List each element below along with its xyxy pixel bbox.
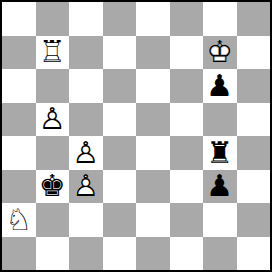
square-h8[interactable]: [237, 2, 271, 36]
square-d2[interactable]: [103, 203, 137, 237]
square-g8[interactable]: [203, 2, 237, 36]
square-d4[interactable]: [103, 136, 137, 170]
square-g7[interactable]: ♚♔: [203, 36, 237, 70]
square-a6[interactable]: [2, 69, 36, 103]
square-b6[interactable]: [36, 69, 70, 103]
square-e8[interactable]: [136, 2, 170, 36]
piece-fill-white-pawn-b5: ♟: [36, 103, 70, 137]
square-h2[interactable]: [237, 203, 271, 237]
square-a7[interactable]: [2, 36, 36, 70]
square-c8[interactable]: [69, 2, 103, 36]
square-h6[interactable]: [237, 69, 271, 103]
square-d8[interactable]: [103, 2, 137, 36]
square-f7[interactable]: [170, 36, 204, 70]
piece-black-king-b3: ♚: [36, 170, 70, 204]
square-b4[interactable]: [36, 136, 70, 170]
square-a2[interactable]: ♞♘: [2, 203, 36, 237]
square-d5[interactable]: [103, 103, 137, 137]
piece-white-rook-b7: ♖: [36, 36, 70, 70]
piece-fill-white-pawn-c3: ♟: [69, 170, 103, 204]
piece-white-pawn-c4: ♙: [69, 136, 103, 170]
piece-white-king-g7: ♔: [203, 36, 237, 70]
piece-black-rook-g4: ♜: [203, 136, 237, 170]
square-c4[interactable]: ♟♙: [69, 136, 103, 170]
piece-fill-white-rook-b7: ♜: [36, 36, 70, 70]
square-a3[interactable]: [2, 170, 36, 204]
square-h5[interactable]: [237, 103, 271, 137]
square-f6[interactable]: [170, 69, 204, 103]
square-c7[interactable]: [69, 36, 103, 70]
square-d3[interactable]: [103, 170, 137, 204]
piece-fill-white-king-g7: ♚: [203, 36, 237, 70]
square-f3[interactable]: [170, 170, 204, 204]
square-a5[interactable]: [2, 103, 36, 137]
square-h1[interactable]: [237, 237, 271, 271]
square-b3[interactable]: ♚: [36, 170, 70, 204]
square-f8[interactable]: [170, 2, 204, 36]
square-f4[interactable]: [170, 136, 204, 170]
square-b7[interactable]: ♜♖: [36, 36, 70, 70]
square-h4[interactable]: [237, 136, 271, 170]
square-g1[interactable]: [203, 237, 237, 271]
square-a1[interactable]: [2, 237, 36, 271]
square-b8[interactable]: [36, 2, 70, 36]
piece-white-pawn-b5: ♙: [36, 103, 70, 137]
square-e5[interactable]: [136, 103, 170, 137]
square-f1[interactable]: [170, 237, 204, 271]
square-c6[interactable]: [69, 69, 103, 103]
square-b5[interactable]: ♟♙: [36, 103, 70, 137]
chess-board: ♜♖♚♔♟♟♙♟♙♜♚♟♙♟♞♘: [0, 0, 272, 272]
square-e4[interactable]: [136, 136, 170, 170]
square-g2[interactable]: [203, 203, 237, 237]
square-d1[interactable]: [103, 237, 137, 271]
square-e7[interactable]: [136, 36, 170, 70]
piece-black-pawn-g6: ♟: [203, 69, 237, 103]
square-c3[interactable]: ♟♙: [69, 170, 103, 204]
square-e1[interactable]: [136, 237, 170, 271]
square-g5[interactable]: [203, 103, 237, 137]
square-a8[interactable]: [2, 2, 36, 36]
square-c1[interactable]: [69, 237, 103, 271]
piece-fill-white-knight-a2: ♞: [2, 203, 36, 237]
square-d6[interactable]: [103, 69, 137, 103]
square-g6[interactable]: ♟: [203, 69, 237, 103]
square-b2[interactable]: [36, 203, 70, 237]
piece-white-knight-a2: ♘: [2, 203, 36, 237]
square-d7[interactable]: [103, 36, 137, 70]
piece-black-pawn-g3: ♟: [203, 170, 237, 204]
square-g4[interactable]: ♜: [203, 136, 237, 170]
square-a4[interactable]: [2, 136, 36, 170]
square-c5[interactable]: [69, 103, 103, 137]
square-e3[interactable]: [136, 170, 170, 204]
square-f2[interactable]: [170, 203, 204, 237]
square-h7[interactable]: [237, 36, 271, 70]
square-b1[interactable]: [36, 237, 70, 271]
square-c2[interactable]: [69, 203, 103, 237]
square-f5[interactable]: [170, 103, 204, 137]
square-h3[interactable]: [237, 170, 271, 204]
piece-white-pawn-c3: ♙: [69, 170, 103, 204]
square-g3[interactable]: ♟: [203, 170, 237, 204]
piece-fill-white-pawn-c4: ♟: [69, 136, 103, 170]
square-e2[interactable]: [136, 203, 170, 237]
square-e6[interactable]: [136, 69, 170, 103]
